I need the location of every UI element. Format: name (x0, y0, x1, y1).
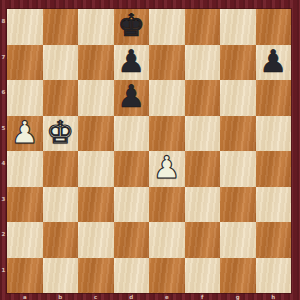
square-h5[interactable] (256, 116, 292, 152)
square-b4[interactable] (43, 151, 79, 187)
square-c8[interactable] (78, 9, 114, 45)
chess-board-frame: ♚♟♟♟♟♚♟ 87654321abcdefgh (0, 0, 300, 300)
square-d6[interactable]: ♟ (114, 80, 150, 116)
black-pawn[interactable]: ♟ (117, 81, 145, 114)
square-h1[interactable] (256, 258, 292, 294)
black-pawn[interactable]: ♟ (259, 46, 287, 79)
square-f8[interactable] (185, 9, 221, 45)
square-g1[interactable] (220, 258, 256, 294)
square-b8[interactable] (43, 9, 79, 45)
rank-label-5: 5 (0, 123, 7, 133)
chess-board: ♚♟♟♟♟♚♟ (7, 9, 291, 293)
square-f2[interactable] (185, 222, 221, 258)
square-g8[interactable] (220, 9, 256, 45)
file-label-e: e (149, 293, 185, 300)
rank-label-8: 8 (0, 16, 7, 26)
square-d2[interactable] (114, 222, 150, 258)
file-label-a: a (7, 293, 43, 300)
square-f4[interactable] (185, 151, 221, 187)
square-g2[interactable] (220, 222, 256, 258)
square-h2[interactable] (256, 222, 292, 258)
square-h4[interactable] (256, 151, 292, 187)
square-g4[interactable] (220, 151, 256, 187)
square-e7[interactable] (149, 45, 185, 81)
square-c7[interactable] (78, 45, 114, 81)
square-b2[interactable] (43, 222, 79, 258)
square-g6[interactable] (220, 80, 256, 116)
square-e4[interactable]: ♟ (149, 151, 185, 187)
square-a4[interactable] (7, 151, 43, 187)
square-d7[interactable]: ♟ (114, 45, 150, 81)
square-a3[interactable] (7, 187, 43, 223)
square-h7[interactable]: ♟ (256, 45, 292, 81)
file-label-c: c (78, 293, 114, 300)
square-b6[interactable] (43, 80, 79, 116)
rank-label-1: 1 (0, 265, 7, 275)
square-b5[interactable]: ♚ (43, 116, 79, 152)
square-c5[interactable] (78, 116, 114, 152)
file-label-g: g (220, 293, 256, 300)
square-b1[interactable] (43, 258, 79, 294)
file-label-f: f (185, 293, 221, 300)
square-c6[interactable] (78, 80, 114, 116)
square-g5[interactable] (220, 116, 256, 152)
square-b3[interactable] (43, 187, 79, 223)
square-e3[interactable] (149, 187, 185, 223)
white-pawn[interactable]: ♟ (11, 117, 39, 150)
white-king[interactable]: ♚ (46, 117, 74, 150)
square-f1[interactable] (185, 258, 221, 294)
square-h8[interactable] (256, 9, 292, 45)
square-f3[interactable] (185, 187, 221, 223)
square-e8[interactable] (149, 9, 185, 45)
rank-label-2: 2 (0, 229, 7, 239)
square-e1[interactable] (149, 258, 185, 294)
square-d3[interactable] (114, 187, 150, 223)
square-c4[interactable] (78, 151, 114, 187)
square-a2[interactable] (7, 222, 43, 258)
square-e6[interactable] (149, 80, 185, 116)
square-d8[interactable]: ♚ (114, 9, 150, 45)
square-h3[interactable] (256, 187, 292, 223)
square-b7[interactable] (43, 45, 79, 81)
rank-label-3: 3 (0, 194, 7, 204)
black-king[interactable]: ♚ (117, 10, 145, 43)
square-a6[interactable] (7, 80, 43, 116)
square-a8[interactable] (7, 9, 43, 45)
square-a7[interactable] (7, 45, 43, 81)
square-g3[interactable] (220, 187, 256, 223)
square-c2[interactable] (78, 222, 114, 258)
rank-label-6: 6 (0, 87, 7, 97)
file-label-b: b (43, 293, 79, 300)
square-c3[interactable] (78, 187, 114, 223)
file-label-d: d (114, 293, 150, 300)
square-g7[interactable] (220, 45, 256, 81)
rank-label-4: 4 (0, 158, 7, 168)
square-f6[interactable] (185, 80, 221, 116)
black-pawn[interactable]: ♟ (117, 46, 145, 79)
square-d4[interactable] (114, 151, 150, 187)
square-e5[interactable] (149, 116, 185, 152)
white-pawn[interactable]: ♟ (153, 152, 181, 185)
square-d1[interactable] (114, 258, 150, 294)
square-a5[interactable]: ♟ (7, 116, 43, 152)
square-c1[interactable] (78, 258, 114, 294)
square-d5[interactable] (114, 116, 150, 152)
square-f7[interactable] (185, 45, 221, 81)
square-a1[interactable] (7, 258, 43, 294)
file-label-h: h (256, 293, 292, 300)
square-h6[interactable] (256, 80, 292, 116)
rank-label-7: 7 (0, 52, 7, 62)
square-f5[interactable] (185, 116, 221, 152)
square-e2[interactable] (149, 222, 185, 258)
